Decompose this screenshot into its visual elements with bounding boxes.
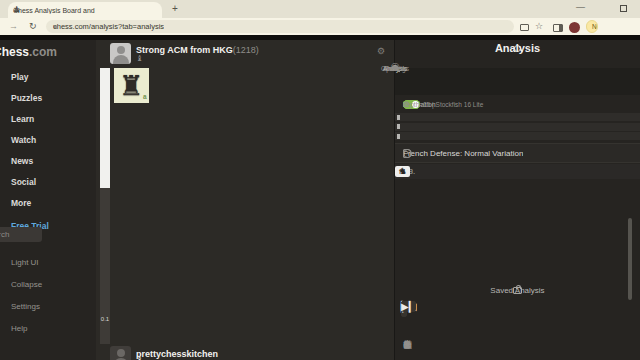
- new-tab-button[interactable]: +: [172, 3, 178, 14]
- bottom-player-avatar[interactable]: [110, 346, 131, 360]
- opening-explore-icon[interactable]: [403, 149, 412, 158]
- window-minimize-button[interactable]: —: [576, 2, 585, 12]
- sidebar: Chess.com PlayPuzzlesLearnWatchNewsSocia…: [0, 40, 96, 360]
- figurine-icon: ♞: [399, 167, 407, 176]
- sidebar-item-light-ui[interactable]: Light UI: [11, 258, 39, 267]
- browser-tabstrip: ♟ Chess Analysis Board and ◄) ✕ + —: [0, 0, 640, 18]
- selected-move[interactable]: ♞f4: [395, 166, 410, 177]
- top-player-captured-pieces: ♝: [136, 55, 143, 63]
- sidebar-item-social[interactable]: Social: [11, 177, 36, 187]
- piece-black-a8[interactable]: ♜: [114, 68, 149, 103]
- tab-label: Openings: [381, 65, 409, 72]
- chrome-update-button[interactable]: New Chrome available: [586, 20, 598, 33]
- window-maximize-button[interactable]: [620, 5, 627, 12]
- engine-line-3[interactable]: [395, 132, 640, 141]
- playback-controls: ▎◀‹▶›▶▎: [401, 301, 635, 328]
- panel-title: Analysis: [495, 42, 540, 54]
- tab-title: Chess Analysis Board and: [13, 7, 95, 14]
- opening-row[interactable]: French Defense: Normal Variation: [395, 143, 640, 163]
- bottom-player-captured-pieces: ♝: [136, 356, 143, 360]
- engine-settings-gear-icon[interactable]: ⚙: [403, 100, 410, 109]
- sidebar-item-news[interactable]: News: [11, 156, 33, 166]
- evaluation-bar-white: [100, 68, 110, 188]
- sidebar-item-settings[interactable]: Settings: [11, 302, 40, 311]
- engine-status: depth=15 | Stockfish 16 Lite: [403, 101, 483, 108]
- toggle-row: EvaluationLinesdepth=15 | Stockfish 16 L…: [395, 97, 640, 111]
- sidebar-item-play[interactable]: Play: [11, 72, 29, 82]
- browser-reload-icon[interactable]: ↻: [29, 21, 37, 31]
- tab-close-icon[interactable]: ✕: [13, 6, 19, 14]
- url-text: chess.com/analysis?tab=analysis: [53, 22, 164, 31]
- square-a8[interactable]: a♜: [114, 68, 149, 103]
- evaluation-bar: 0.1: [100, 68, 110, 344]
- board-settings-gear-icon[interactable]: ⚙: [377, 46, 385, 56]
- bottom-player-name[interactable]: prettychesskitchen: [136, 349, 218, 359]
- screen: ♟ Chess Analysis Board and ◄) ✕ + — → ↻ …: [0, 0, 640, 360]
- chess-board[interactable]: 1♚♜♜2♟♟♟♛♟3♞♝♟♟4♞♟5♟♟♟6♟♞♟♞♟7♟♟♝♛♟8hg♚fe…: [114, 68, 390, 344]
- opening-name: French Defense: Normal Variation: [403, 149, 523, 158]
- sidebar-item-puzzles[interactable]: Puzzles: [11, 93, 42, 103]
- evaluation-score: 0.1: [98, 316, 112, 322]
- jump-to-end-button[interactable]: ▶▎: [401, 301, 416, 312]
- side-panel-icon[interactable]: [553, 24, 563, 32]
- engine-line-1[interactable]: [395, 113, 640, 122]
- main-area: Chess.com PlayPuzzlesLearnWatchNewsSocia…: [0, 40, 640, 360]
- analysis-panel: Analysis Analysis◉ReviewⓘDetails▤Opening…: [394, 40, 640, 360]
- bookmark-star-icon[interactable]: ☆: [535, 21, 543, 31]
- search-input[interactable]: Search: [0, 227, 42, 242]
- move-row-19: 19.♞f4: [395, 164, 640, 179]
- share-icon[interactable]: <: [403, 340, 411, 350]
- top-player-name[interactable]: Strong ACM from HKG (1218): [136, 45, 233, 55]
- sidebar-item-watch[interactable]: Watch: [11, 135, 36, 145]
- top-player-rating: (1218): [233, 45, 259, 55]
- sidebar-item-help[interactable]: Help: [11, 324, 27, 333]
- engine-line-2[interactable]: [395, 123, 640, 132]
- sidebar-item-collapse[interactable]: Collapse: [11, 280, 42, 289]
- address-bar[interactable]: ≒ chess.com/analysis?tab=analysis: [46, 20, 514, 33]
- top-player-avatar[interactable]: [110, 43, 131, 64]
- browser-forward-icon[interactable]: →: [9, 21, 18, 31]
- cast-icon[interactable]: [520, 24, 529, 31]
- sidebar-item-more[interactable]: More: [11, 198, 31, 208]
- saved-analysis-row[interactable]: Saved Analysis: [395, 283, 640, 298]
- analysis-toolbar: ılı⇅♜+▦⊕⌂◎<: [403, 336, 633, 354]
- panel-tabs: Analysis◉ReviewⓘDetails▤Openings: [395, 68, 640, 95]
- move-list: 12.O-O♞d713.♜ac1♝e714.♛c2O-O15.♜fe1♜fd81…: [395, 164, 640, 280]
- sidebar-item-learn[interactable]: Learn: [11, 114, 34, 124]
- saved-analysis-label: Saved Analysis: [490, 286, 544, 295]
- browser-navbar: → ↻ ≒ chess.com/analysis?tab=analysis ☆ …: [0, 18, 640, 35]
- browser-tab[interactable]: ♟ Chess Analysis Board and ◄) ✕: [8, 2, 162, 18]
- chesscom-logo[interactable]: Chess.com: [0, 45, 29, 59]
- browser-profile-avatar[interactable]: [569, 22, 580, 33]
